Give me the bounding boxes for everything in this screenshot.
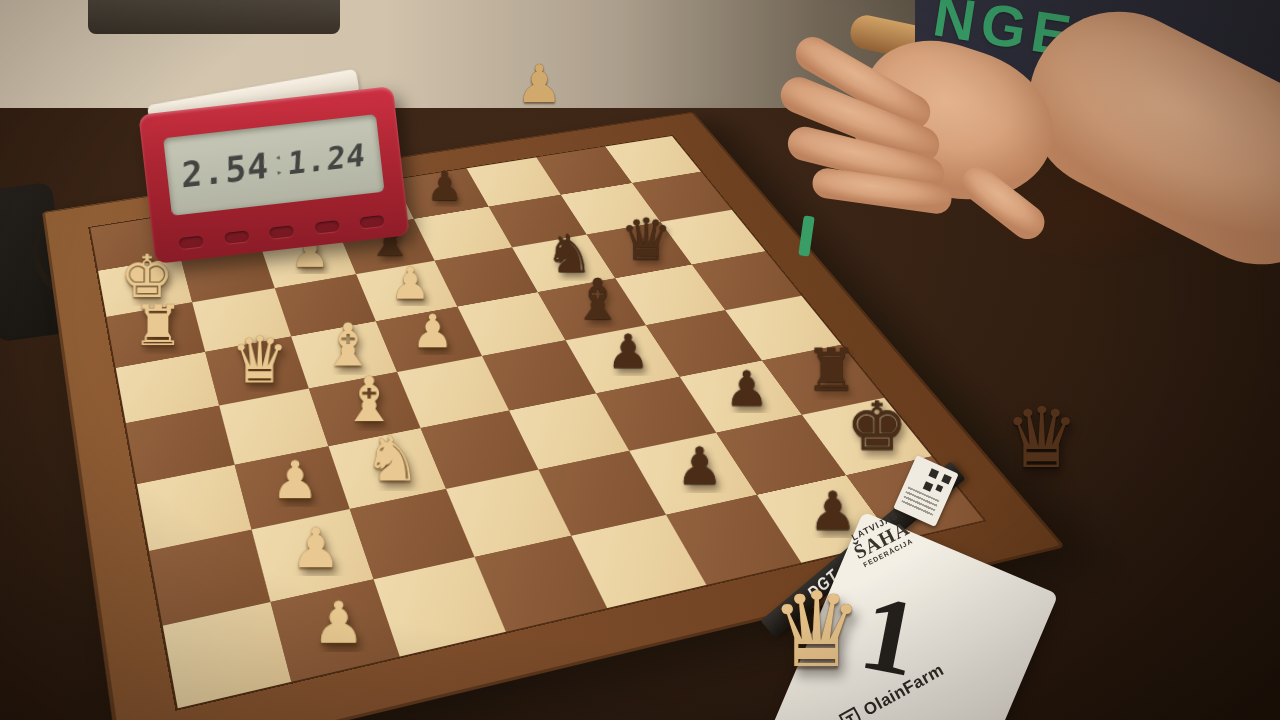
black-pawn: ♟: [426, 166, 463, 206]
black-pawn: ♟: [606, 328, 649, 375]
white-pawn: ♟: [290, 520, 340, 575]
white-knight: ♞: [363, 428, 420, 491]
white-spare-queen: ♛: [770, 578, 863, 682]
white-rook: ♜: [132, 298, 183, 354]
qr-code-icon: [923, 468, 952, 497]
clock-move-indicator-icon: ◂ ▸: [274, 151, 283, 178]
radiator: [88, 0, 340, 34]
photo-scene: NGER NUM ♟♟♚♟♝♜♟♞♛♛♝♟♝♝♟♟♞♟♜♟♟♚♟♟ 2.54 ◂…: [0, 0, 1280, 720]
white-pawn: ♟: [312, 594, 365, 652]
white-bishop: ♝: [341, 369, 398, 431]
white-pawn: ♟: [411, 308, 453, 354]
black-spare-queen: ♛: [1004, 396, 1079, 480]
black-king: ♚: [846, 392, 908, 460]
black-queen: ♛: [620, 211, 673, 269]
square: [116, 352, 219, 423]
white-pawn: ♟: [271, 454, 319, 506]
black-pawn: ♟: [725, 365, 769, 414]
black-pawn: ♟: [809, 484, 858, 538]
white-pawn-on-rim: ♟: [516, 58, 563, 110]
sponsor-shield-icon: [837, 705, 865, 720]
square: ♛: [205, 336, 309, 405]
black-bishop: ♝: [572, 271, 624, 328]
black-pawn: ♟: [675, 440, 722, 492]
white-pawn: ♟: [390, 261, 430, 305]
chess-clock: 2.54 ◂ ▸ 1.24: [138, 86, 409, 264]
clock-time-right: 1.24: [287, 136, 367, 181]
clock-time-left: 2.54: [181, 145, 269, 195]
white-queen: ♛: [231, 329, 290, 393]
